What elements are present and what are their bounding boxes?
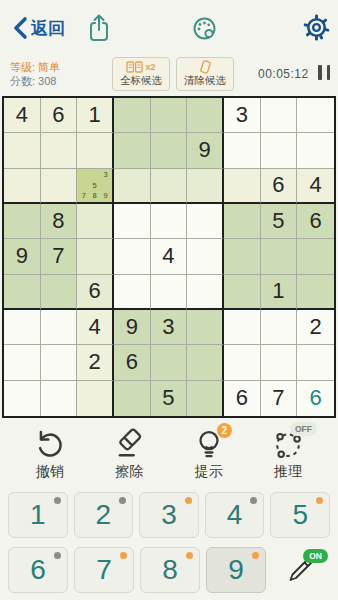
cell-r3c4[interactable]: [114, 169, 151, 204]
mark-all-label: 全标候选: [120, 74, 162, 88]
numpad-key-2[interactable]: 2: [74, 492, 134, 538]
given-digit: 7: [272, 387, 284, 409]
cell-r1c1[interactable]: 4: [4, 98, 41, 133]
numpad-digit: 7: [96, 556, 112, 584]
cell-r2c5[interactable]: [151, 133, 188, 168]
cell-r3c6[interactable]: [187, 169, 224, 204]
cell-r9c2[interactable]: [41, 381, 78, 416]
book-icon: [126, 61, 143, 73]
given-digit: 3: [236, 104, 248, 126]
cell-r9c3[interactable]: [77, 381, 114, 416]
settings-button[interactable]: [302, 13, 331, 46]
cell-r8c4[interactable]: 6: [114, 345, 151, 380]
cell-r1c9[interactable]: [297, 98, 334, 133]
cell-r6c5[interactable]: [151, 275, 188, 310]
candidate-marks: 35789: [78, 170, 111, 201]
given-digit: 9: [199, 139, 211, 161]
cell-r9c6[interactable]: [187, 381, 224, 416]
palette-icon: [191, 15, 218, 42]
hint-button[interactable]: 2 提示: [179, 427, 239, 481]
cell-r5c1[interactable]: 9: [4, 239, 41, 274]
cell-r8c5[interactable]: [151, 345, 188, 380]
cell-r9c4[interactable]: [114, 381, 151, 416]
cell-r6c2[interactable]: [41, 275, 78, 310]
given-digit: 4: [310, 174, 322, 196]
given-digit: 4: [89, 316, 101, 338]
cell-r6c6[interactable]: [187, 275, 224, 310]
cell-r1c5[interactable]: [151, 98, 188, 133]
cell-r5c7[interactable]: [224, 239, 261, 274]
cell-r1c8[interactable]: [261, 98, 298, 133]
cell-r1c2[interactable]: 6: [41, 98, 78, 133]
numpad-row-1: 12345: [8, 492, 330, 538]
numpad-digit: 4: [227, 501, 243, 529]
gray-dot-indicator: [250, 497, 257, 504]
back-label: 返回: [31, 17, 65, 40]
given-digit: 5: [272, 210, 284, 232]
cell-r3c5[interactable]: [151, 169, 188, 204]
cell-r5c3[interactable]: [77, 239, 114, 274]
cell-r7c4[interactable]: 9: [114, 310, 151, 345]
cell-r5c4[interactable]: [114, 239, 151, 274]
cell-r7c7[interactable]: [224, 310, 261, 345]
given-digit: 6: [126, 351, 138, 373]
given-digit: 8: [52, 210, 64, 232]
given-digit: 1: [272, 280, 284, 302]
cell-r5c8[interactable]: [261, 239, 298, 274]
cell-r5c5[interactable]: 4: [151, 239, 188, 274]
cell-r4c7[interactable]: [224, 204, 261, 239]
cell-r7c6[interactable]: [187, 310, 224, 345]
given-digit: 6: [89, 280, 101, 302]
deduce-label: 推理: [258, 463, 318, 481]
cell-r6c3[interactable]: 6: [77, 275, 114, 310]
numpad-digit: 6: [30, 556, 46, 584]
cell-r6c1[interactable]: [4, 275, 41, 310]
cell-r7c1[interactable]: [4, 310, 41, 345]
cell-r8c3[interactable]: 2: [77, 345, 114, 380]
cell-r2c1[interactable]: [4, 133, 41, 168]
cell-r1c7[interactable]: 3: [224, 98, 261, 133]
orange-dot-indicator: [252, 552, 259, 559]
chevron-left-icon: [12, 16, 28, 40]
cell-r1c3[interactable]: 1: [77, 98, 114, 133]
given-digit: 2: [310, 316, 322, 338]
undo-label: 撤销: [20, 463, 80, 481]
numpad-key-1[interactable]: 1: [8, 492, 68, 538]
cell-r4c6[interactable]: [187, 204, 224, 239]
back-button[interactable]: 返回: [12, 16, 65, 40]
numpad-digit: 3: [161, 501, 177, 529]
score-text: 分数: 308: [10, 74, 60, 88]
cell-r8c2[interactable]: [41, 345, 78, 380]
cell-r6c9[interactable]: [297, 275, 334, 310]
cell-r8c7[interactable]: [224, 345, 261, 380]
share-icon: [86, 13, 112, 43]
given-digit: 4: [16, 104, 28, 126]
cell-r3c1[interactable]: [4, 169, 41, 204]
eraser-card-icon: [197, 60, 213, 74]
numpad-key-6[interactable]: 6: [8, 547, 68, 593]
cell-r6c7[interactable]: [224, 275, 261, 310]
cell-r2c6[interactable]: 9: [187, 133, 224, 168]
cell-r7c9[interactable]: 2: [297, 310, 334, 345]
numpad-key-3[interactable]: 3: [139, 492, 199, 538]
cell-r2c4[interactable]: [114, 133, 151, 168]
deduce-off-badge: OFF: [290, 422, 317, 436]
cell-r2c9[interactable]: [297, 133, 334, 168]
cell-r2c2[interactable]: [41, 133, 78, 168]
numpad-digit: 5: [292, 501, 308, 529]
cell-r3c8[interactable]: 6: [261, 169, 298, 204]
pencil-on-badge: ON: [303, 549, 328, 563]
hint-label: 提示: [179, 463, 239, 481]
numpad-digit: 8: [162, 556, 178, 584]
clear-candidates-button[interactable]: 清除候选: [176, 57, 234, 91]
sudoku-app-screen: 返回: [0, 0, 338, 600]
given-digit: 7: [52, 245, 64, 267]
cell-r8c6[interactable]: [187, 345, 224, 380]
cell-r7c8[interactable]: [261, 310, 298, 345]
cell-r6c8[interactable]: 1: [261, 275, 298, 310]
numpad-key-9[interactable]: 9: [206, 547, 266, 593]
orange-dot-indicator: [120, 552, 127, 559]
theme-button[interactable]: [191, 15, 218, 46]
cell-r2c7[interactable]: [224, 133, 261, 168]
orange-dot-indicator: [316, 497, 323, 504]
cell-r7c2[interactable]: [41, 310, 78, 345]
hint-count-badge: 2: [217, 423, 232, 438]
mark-all-multiplier: x2: [145, 62, 155, 72]
cell-r3c3[interactable]: 35789: [77, 169, 114, 204]
cell-r7c3[interactable]: 4: [77, 310, 114, 345]
gray-dot-indicator: [54, 552, 61, 559]
cell-r9c5[interactable]: 5: [151, 381, 188, 416]
given-digit: 3: [162, 316, 174, 338]
cell-r6c4[interactable]: [114, 275, 151, 310]
gray-dot-indicator: [119, 497, 126, 504]
given-digit: 9: [126, 316, 138, 338]
erase-label: 擦除: [99, 463, 159, 481]
cell-r9c7[interactable]: 6: [224, 381, 261, 416]
orange-dot-indicator: [185, 497, 192, 504]
cell-r2c8[interactable]: [261, 133, 298, 168]
cell-r4c4[interactable]: [114, 204, 151, 239]
given-digit: 6: [310, 210, 322, 232]
erase-button[interactable]: 擦除: [99, 427, 159, 481]
timer-display: 00:05:12: [258, 67, 309, 81]
undo-icon: [33, 427, 67, 461]
cell-r1c6[interactable]: [187, 98, 224, 133]
numpad-key-4[interactable]: 4: [205, 492, 265, 538]
deduce-button[interactable]: OFF 推理: [258, 427, 318, 481]
pause-icon: [318, 65, 322, 80]
numpad-key-7[interactable]: 7: [74, 547, 134, 593]
sudoku-board: 461393578964856974614932265676: [2, 96, 336, 418]
user-digit: 6: [310, 387, 322, 409]
numpad-digit: 1: [30, 501, 46, 529]
pencil-mode-button[interactable]: ON: [272, 547, 330, 593]
cell-r4c9[interactable]: 6: [297, 204, 334, 239]
undo-button[interactable]: 撤销: [20, 427, 80, 481]
mark-all-candidates-button[interactable]: x2 全标候选: [112, 57, 170, 91]
cell-r3c7[interactable]: [224, 169, 261, 204]
given-digit: 9: [16, 245, 28, 267]
numpad-digit: 2: [96, 501, 112, 529]
orange-dot-indicator: [186, 552, 193, 559]
level-text: 等级: 简单: [10, 60, 60, 74]
given-digit: 6: [272, 174, 284, 196]
cell-r5c2[interactable]: 7: [41, 239, 78, 274]
cell-r8c9[interactable]: [297, 345, 334, 380]
game-status: 等级: 简单 分数: 308: [10, 60, 60, 88]
cell-r3c2[interactable]: [41, 169, 78, 204]
gray-dot-indicator: [54, 497, 61, 504]
cell-r8c8[interactable]: [261, 345, 298, 380]
numpad-key-5[interactable]: 5: [270, 492, 330, 538]
clear-candidates-label: 清除候选: [184, 74, 226, 88]
cell-r9c1[interactable]: [4, 381, 41, 416]
given-digit: 6: [236, 387, 248, 409]
cell-r5c9[interactable]: [297, 239, 334, 274]
cell-r9c8[interactable]: 7: [261, 381, 298, 416]
numpad-row-2: 6789 ON: [8, 547, 330, 593]
cell-r9c9[interactable]: 6: [297, 381, 334, 416]
numpad-key-8[interactable]: 8: [140, 547, 200, 593]
given-digit: 6: [52, 104, 64, 126]
cell-r3c9[interactable]: 4: [297, 169, 334, 204]
cell-r4c8[interactable]: 5: [261, 204, 298, 239]
cell-r2c3[interactable]: [77, 133, 114, 168]
cell-r4c5[interactable]: [151, 204, 188, 239]
gear-icon: [302, 13, 331, 42]
cell-r4c1[interactable]: [4, 204, 41, 239]
share-button[interactable]: [86, 13, 112, 47]
tools-bar: 撤销 擦除 2: [0, 427, 338, 481]
cell-r4c3[interactable]: [77, 204, 114, 239]
cell-r4c2[interactable]: 8: [41, 204, 78, 239]
pause-button[interactable]: [318, 65, 330, 80]
cell-r5c6[interactable]: [187, 239, 224, 274]
eraser-icon: [112, 427, 146, 461]
numpad-digit: 9: [228, 556, 244, 584]
cell-r1c4[interactable]: [114, 98, 151, 133]
cell-r7c5[interactable]: 3: [151, 310, 188, 345]
given-digit: 1: [89, 104, 101, 126]
cell-r8c1[interactable]: [4, 345, 41, 380]
given-digit: 5: [162, 387, 174, 409]
given-digit: 4: [162, 245, 174, 267]
given-digit: 2: [89, 351, 101, 373]
